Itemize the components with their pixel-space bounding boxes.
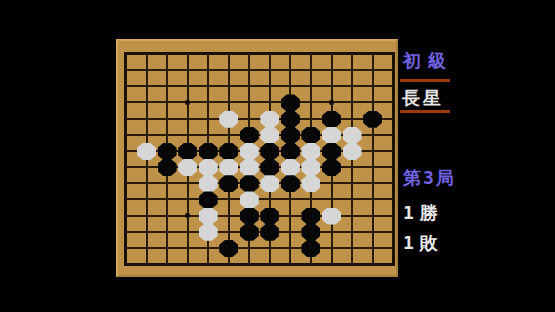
black-stone — [301, 240, 320, 257]
star-point — [185, 213, 190, 218]
gomoku-board[interactable] — [116, 39, 398, 277]
black-stone — [260, 208, 279, 225]
white-stone — [199, 224, 218, 241]
white-stone — [240, 191, 259, 208]
grid-line-h — [126, 231, 393, 233]
black-stone — [260, 224, 279, 241]
game-number-label: 第3局 — [403, 166, 456, 190]
grid-line-h — [126, 182, 393, 184]
white-stone — [260, 175, 279, 192]
opening-name-label: 長星 — [402, 86, 444, 110]
white-stone — [199, 159, 218, 176]
white-stone — [137, 143, 156, 160]
opening-rule-top — [400, 79, 450, 82]
white-stone — [219, 111, 238, 128]
grid-line-v — [372, 54, 374, 264]
black-stone — [219, 240, 238, 257]
black-stone — [158, 143, 177, 160]
white-stone — [240, 159, 259, 176]
black-stone — [240, 127, 259, 144]
black-stone — [281, 175, 300, 192]
white-stone — [322, 208, 341, 225]
white-stone — [199, 175, 218, 192]
grid-line-h — [126, 101, 393, 103]
white-stone — [301, 175, 320, 192]
black-stone — [363, 111, 382, 128]
white-stone — [260, 111, 279, 128]
black-stone — [301, 127, 320, 144]
losses-label: 1敗 — [403, 231, 444, 255]
wins-label: 1勝 — [403, 201, 444, 225]
black-stone — [301, 208, 320, 225]
black-stone — [158, 159, 177, 176]
black-stone — [178, 143, 197, 160]
opening-rule-bottom — [400, 110, 450, 113]
black-stone — [281, 94, 300, 111]
grid-line-h — [126, 215, 393, 217]
rank-label: 初級 — [403, 49, 453, 73]
black-stone — [219, 175, 238, 192]
black-stone — [322, 159, 341, 176]
black-stone — [281, 143, 300, 160]
white-stone — [322, 127, 341, 144]
white-stone — [260, 127, 279, 144]
black-stone — [240, 175, 259, 192]
grid-line-h — [126, 118, 393, 120]
white-stone — [178, 159, 197, 176]
grid-line-h — [126, 85, 393, 87]
black-stone — [240, 208, 259, 225]
black-stone — [281, 127, 300, 144]
white-stone — [343, 143, 362, 160]
white-stone — [240, 143, 259, 160]
white-stone — [219, 159, 238, 176]
black-stone — [322, 111, 341, 128]
white-stone — [281, 159, 300, 176]
black-stone — [281, 111, 300, 128]
star-point — [185, 100, 190, 105]
black-stone — [301, 224, 320, 241]
game-screen: 初級 長星 第3局 1勝 1敗 — [0, 0, 555, 312]
black-stone — [219, 143, 238, 160]
white-stone — [199, 208, 218, 225]
black-stone — [199, 191, 218, 208]
black-stone — [260, 159, 279, 176]
black-stone — [199, 143, 218, 160]
white-stone — [301, 143, 320, 160]
grid-line-h — [126, 247, 393, 249]
black-stone — [260, 143, 279, 160]
black-stone — [322, 143, 341, 160]
white-stone — [301, 159, 320, 176]
star-point — [329, 100, 334, 105]
white-stone — [343, 127, 362, 144]
black-stone — [240, 224, 259, 241]
grid-line-h — [126, 198, 393, 200]
